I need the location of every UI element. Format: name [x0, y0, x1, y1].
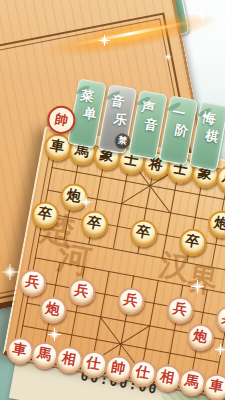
- tile-char: 音: [110, 94, 125, 110]
- tile-char: 声: [141, 99, 156, 115]
- tile-char: 阶: [174, 123, 189, 139]
- app-screen: 楚河 菜单音乐声音一阶悔棋光 将馬 00:00:00 楚河汉界 菜单音乐禁声音一…: [0, 0, 225, 400]
- sparkle-icon: [196, 8, 209, 21]
- tile-char: 棋: [204, 128, 219, 144]
- tile-char: 单: [82, 106, 97, 122]
- tile-char: 一: [171, 105, 186, 121]
- tile-char: 菜: [80, 88, 95, 104]
- tile-char: 悔: [201, 111, 216, 127]
- tile-char: 乐: [113, 111, 128, 127]
- tile-char: 音: [143, 117, 158, 133]
